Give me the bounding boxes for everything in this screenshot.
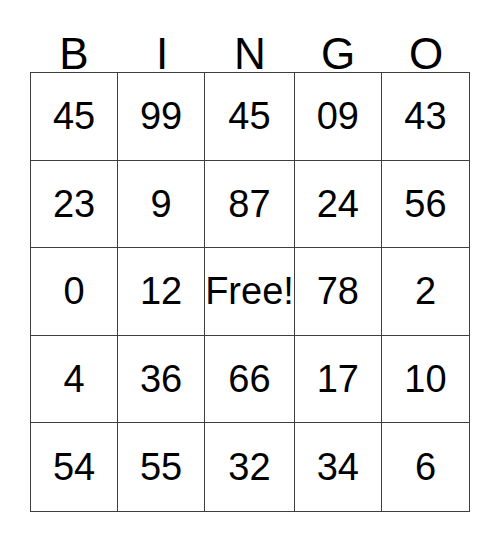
- bingo-card: B I N G O 45 99 45 09 43 23 9 87 24 56 0…: [30, 0, 470, 512]
- bingo-cell-r1c5[interactable]: 43: [382, 73, 469, 161]
- bingo-cell-r3c1[interactable]: 0: [31, 248, 118, 336]
- bingo-header: B I N G O: [30, 0, 470, 72]
- bingo-cell-r2c4[interactable]: 24: [295, 161, 382, 249]
- bingo-cell-r3c5[interactable]: 2: [382, 248, 469, 336]
- bingo-cell-r2c2[interactable]: 9: [118, 161, 205, 249]
- bingo-cell-r5c3[interactable]: 32: [205, 423, 295, 511]
- bingo-cell-r5c2[interactable]: 55: [118, 423, 205, 511]
- bingo-cell-r1c3[interactable]: 45: [205, 73, 295, 161]
- bingo-cell-r1c2[interactable]: 99: [118, 73, 205, 161]
- bingo-cell-r4c2[interactable]: 36: [118, 336, 205, 424]
- header-letter-g: G: [294, 32, 382, 76]
- bingo-cell-r4c4[interactable]: 17: [295, 336, 382, 424]
- bingo-cell-r4c3[interactable]: 66: [205, 336, 295, 424]
- header-letter-b: B: [30, 32, 118, 76]
- bingo-cell-r5c1[interactable]: 54: [31, 423, 118, 511]
- bingo-cell-r4c1[interactable]: 4: [31, 336, 118, 424]
- bingo-grid: 45 99 45 09 43 23 9 87 24 56 0 12 Free! …: [30, 72, 470, 512]
- bingo-cell-r3c4[interactable]: 78: [295, 248, 382, 336]
- bingo-cell-r1c1[interactable]: 45: [31, 73, 118, 161]
- header-letter-o: O: [382, 32, 470, 76]
- bingo-cell-r5c4[interactable]: 34: [295, 423, 382, 511]
- bingo-cell-r2c1[interactable]: 23: [31, 161, 118, 249]
- bingo-cell-r5c5[interactable]: 6: [382, 423, 469, 511]
- bingo-cell-r1c4[interactable]: 09: [295, 73, 382, 161]
- header-letter-n: N: [206, 32, 294, 76]
- bingo-cell-r2c5[interactable]: 56: [382, 161, 469, 249]
- bingo-cell-r2c3[interactable]: 87: [205, 161, 295, 249]
- bingo-cell-r4c5[interactable]: 10: [382, 336, 469, 424]
- bingo-cell-r3c2[interactable]: 12: [118, 248, 205, 336]
- header-letter-i: I: [118, 32, 206, 76]
- bingo-cell-free[interactable]: Free!: [205, 248, 295, 336]
